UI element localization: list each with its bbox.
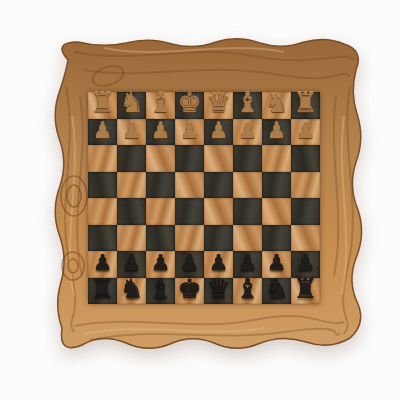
square-f2[interactable]: ♟ [146,119,175,146]
white-pawn[interactable]: ♟ [93,118,113,144]
square-a5[interactable] [291,198,320,225]
square-f3[interactable] [146,145,175,172]
square-f5[interactable] [146,198,175,225]
square-c6[interactable] [233,225,262,252]
square-g1[interactable]: ♞ [117,92,146,119]
square-d3[interactable] [204,145,233,172]
square-h5[interactable] [88,198,117,225]
square-d4[interactable] [204,172,233,199]
square-e2[interactable]: ♟ [175,119,204,146]
square-a2[interactable]: ♟ [291,119,320,146]
square-a4[interactable] [291,172,320,199]
black-rook[interactable]: ♜ [90,276,114,302]
white-king[interactable]: ♚ [177,90,201,116]
white-bishop[interactable]: ♝ [148,90,172,116]
white-pawn[interactable]: ♟ [151,118,171,144]
white-rook[interactable]: ♜ [90,90,114,116]
square-a8[interactable]: ♜ [291,278,320,305]
white-knight[interactable]: ♞ [264,90,288,116]
product-photo-scene: ♜♞♝♚♛♝♞♜♟♟♟♟♟♟♟♟♟♟♟♟♟♟♟♟♜♞♝♚♛♝♞♜ [0,0,400,400]
black-knight[interactable]: ♞ [119,276,143,302]
white-pawn[interactable]: ♟ [267,118,287,144]
white-pawn[interactable]: ♟ [209,118,229,144]
white-knight[interactable]: ♞ [119,90,143,116]
square-a6[interactable] [291,225,320,252]
square-c4[interactable] [233,172,262,199]
square-e4[interactable] [175,172,204,199]
square-h6[interactable] [88,225,117,252]
square-c8[interactable]: ♝ [233,278,262,305]
square-b4[interactable] [262,172,291,199]
square-c1[interactable]: ♝ [233,92,262,119]
square-d1[interactable]: ♛ [204,92,233,119]
square-a1[interactable]: ♜ [291,92,320,119]
black-bishop[interactable]: ♝ [235,276,259,302]
square-a3[interactable] [291,145,320,172]
square-h3[interactable] [88,145,117,172]
square-h4[interactable] [88,172,117,199]
white-pawn[interactable]: ♟ [180,118,200,144]
square-b1[interactable]: ♞ [262,92,291,119]
square-d6[interactable] [204,225,233,252]
white-pawn[interactable]: ♟ [296,118,316,144]
black-queen[interactable]: ♛ [206,276,230,302]
square-d5[interactable] [204,198,233,225]
square-c3[interactable] [233,145,262,172]
square-c2[interactable]: ♟ [233,119,262,146]
square-h8[interactable]: ♜ [88,278,117,305]
square-e6[interactable] [175,225,204,252]
square-d8[interactable]: ♛ [204,278,233,305]
black-rook[interactable]: ♜ [293,276,317,302]
black-bishop[interactable]: ♝ [148,276,172,302]
square-e1[interactable]: ♚ [175,92,204,119]
white-rook[interactable]: ♜ [293,90,317,116]
white-queen[interactable]: ♛ [206,90,230,116]
square-b6[interactable] [262,225,291,252]
white-pawn[interactable]: ♟ [122,118,142,144]
white-bishop[interactable]: ♝ [235,90,259,116]
square-h1[interactable]: ♜ [88,92,117,119]
black-king[interactable]: ♚ [177,276,201,302]
square-g6[interactable] [117,225,146,252]
square-f4[interactable] [146,172,175,199]
square-d2[interactable]: ♟ [204,119,233,146]
square-g2[interactable]: ♟ [117,119,146,146]
square-g3[interactable] [117,145,146,172]
white-pawn[interactable]: ♟ [238,118,258,144]
square-c5[interactable] [233,198,262,225]
square-b2[interactable]: ♟ [262,119,291,146]
square-b8[interactable]: ♞ [262,278,291,305]
square-f1[interactable]: ♝ [146,92,175,119]
square-b5[interactable] [262,198,291,225]
square-e8[interactable]: ♚ [175,278,204,305]
chessboard: ♜♞♝♚♛♝♞♜♟♟♟♟♟♟♟♟♟♟♟♟♟♟♟♟♜♞♝♚♛♝♞♜ [44,26,372,356]
square-b3[interactable] [262,145,291,172]
square-e3[interactable] [175,145,204,172]
square-f8[interactable]: ♝ [146,278,175,305]
black-knight[interactable]: ♞ [264,276,288,302]
square-f6[interactable] [146,225,175,252]
board-grid: ♜♞♝♚♛♝♞♜♟♟♟♟♟♟♟♟♟♟♟♟♟♟♟♟♜♞♝♚♛♝♞♜ [88,92,320,304]
square-g4[interactable] [117,172,146,199]
square-h2[interactable]: ♟ [88,119,117,146]
square-g5[interactable] [117,198,146,225]
square-g8[interactable]: ♞ [117,278,146,305]
square-e5[interactable] [175,198,204,225]
